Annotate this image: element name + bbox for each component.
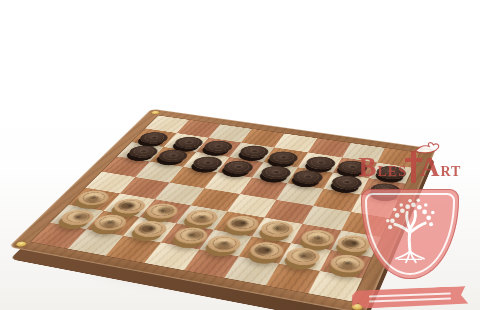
brass-inlay-far-left [150,111,160,115]
brand-watermark: Bles Art [343,144,477,307]
light-piece-f3 [257,219,297,239]
light-piece-g2 [282,246,323,268]
brand-shield [361,189,459,279]
light-piece-e2 [203,233,245,254]
brand-name: Bles Art [343,144,477,183]
brand-ribbon [352,286,469,309]
light-piece-c2 [129,219,171,239]
cross-icon [411,151,416,183]
light-piece-g3 [298,228,338,249]
light-piece-e3 [223,214,263,234]
light-piece-d2 [170,225,212,246]
product-photo: Bles Art [0,0,480,310]
light-piece-b2 [89,213,131,233]
light-piece-f2 [246,240,287,262]
brass-inlay-near-left [15,241,28,247]
brand-prefix: Bles [359,152,407,183]
dove-icon [412,140,442,157]
light-piece-d3 [182,208,222,227]
light-piece-b3 [109,197,150,216]
ribbon-tagline-line [369,298,450,303]
light-piece-a2 [56,208,98,227]
light-piece-c3 [142,202,182,221]
olive-tree-icon [374,195,446,271]
ribbon-tagline-line [369,293,450,298]
